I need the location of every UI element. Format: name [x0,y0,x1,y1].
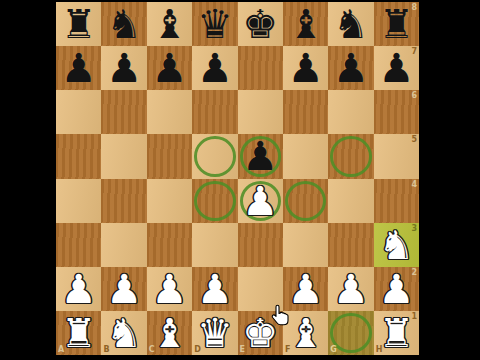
black-pawn-c7[interactable]: ♟ [147,46,192,90]
square-h4[interactable]: 4 [374,179,419,223]
square-h7[interactable]: ♟7 [374,46,419,90]
square-d5[interactable] [192,134,237,178]
annotation-circle-g5 [330,136,371,176]
square-a1[interactable]: ♜A [56,311,101,355]
black-knight-b8[interactable]: ♞ [101,2,146,46]
square-e5[interactable]: ♟ [238,134,283,178]
square-f5[interactable] [283,134,328,178]
square-b3[interactable] [101,223,146,267]
black-king-e8[interactable]: ♚ [238,2,283,46]
square-a7[interactable]: ♟ [56,46,101,90]
rank-label-5: 5 [411,135,417,144]
square-e8[interactable]: ♚ [238,2,283,46]
black-queen-d8[interactable]: ♛ [192,2,237,46]
black-pawn-f7[interactable]: ♟ [283,46,328,90]
square-b6[interactable] [101,90,146,134]
black-pawn-d7[interactable]: ♟ [192,46,237,90]
square-g7[interactable]: ♟ [328,46,373,90]
square-f8[interactable]: ♝ [283,2,328,46]
annotation-circle-d5 [194,136,235,176]
square-d7[interactable]: ♟ [192,46,237,90]
square-d8[interactable]: ♛ [192,2,237,46]
square-e7[interactable] [238,46,283,90]
square-d6[interactable] [192,90,237,134]
white-pawn-c2[interactable]: ♟ [147,267,192,311]
black-knight-g8[interactable]: ♞ [328,2,373,46]
black-bishop-c8[interactable]: ♝ [147,2,192,46]
square-f7[interactable]: ♟ [283,46,328,90]
square-c8[interactable]: ♝ [147,2,192,46]
square-g8[interactable]: ♞ [328,2,373,46]
file-label-g: G [330,345,337,354]
black-pawn-g7[interactable]: ♟ [328,46,373,90]
square-c2[interactable]: ♟ [147,267,192,311]
square-b4[interactable] [101,179,146,223]
square-g1[interactable]: G [328,311,373,355]
square-h8[interactable]: ♜8 [374,2,419,46]
square-f1[interactable]: ♝F [283,311,328,355]
black-pawn-a7[interactable]: ♟ [56,46,101,90]
rank-label-1: 1 [411,312,417,321]
file-label-h: H [376,345,383,354]
square-c3[interactable] [147,223,192,267]
square-a4[interactable] [56,179,101,223]
square-g2[interactable]: ♟ [328,267,373,311]
annotation-circle-f4 [285,181,326,221]
square-e3[interactable] [238,223,283,267]
black-pawn-e5[interactable]: ♟ [238,134,283,178]
square-a8[interactable]: ♜ [56,2,101,46]
square-c4[interactable] [147,179,192,223]
video-frame: ♜♞♝♛♚♝♞♜8♟♟♟♟♟♟♟76♟5♟4♞3♟♟♟♟♟♟♟2♜A♞B♝C♛D… [0,0,480,360]
square-e2[interactable] [238,267,283,311]
rank-label-4: 4 [411,180,417,189]
square-e1[interactable]: ♚E [238,311,283,355]
white-pawn-a2[interactable]: ♟ [56,267,101,311]
black-rook-a8[interactable]: ♜ [56,2,101,46]
white-pawn-e4[interactable]: ♟ [238,179,283,223]
square-e4[interactable]: ♟ [238,179,283,223]
square-f2[interactable]: ♟ [283,267,328,311]
square-a5[interactable] [56,134,101,178]
square-e6[interactable] [238,90,283,134]
square-g4[interactable] [328,179,373,223]
square-b2[interactable]: ♟ [101,267,146,311]
square-h1[interactable]: ♜1H [374,311,419,355]
square-h2[interactable]: ♟2 [374,267,419,311]
black-pawn-b7[interactable]: ♟ [101,46,146,90]
white-pawn-f2[interactable]: ♟ [283,267,328,311]
rank-label-3: 3 [411,224,417,233]
square-f6[interactable] [283,90,328,134]
square-c1[interactable]: ♝C [147,311,192,355]
square-g6[interactable] [328,90,373,134]
rank-label-6: 6 [411,91,417,100]
file-label-f: F [285,345,290,354]
screen: { "game": "chess", "position": { "fen": … [0,0,480,360]
file-label-b: B [103,345,109,354]
white-pawn-b2[interactable]: ♟ [101,267,146,311]
square-d4[interactable] [192,179,237,223]
square-b7[interactable]: ♟ [101,46,146,90]
square-a6[interactable] [56,90,101,134]
square-b8[interactable]: ♞ [101,2,146,46]
white-pawn-g2[interactable]: ♟ [328,267,373,311]
rank-label-8: 8 [411,3,417,12]
square-b1[interactable]: ♞B [101,311,146,355]
square-d1[interactable]: ♛D [192,311,237,355]
square-a3[interactable] [56,223,101,267]
square-c6[interactable] [147,90,192,134]
white-pawn-d2[interactable]: ♟ [192,267,237,311]
annotation-circle-d4 [194,181,235,221]
square-g5[interactable] [328,134,373,178]
square-h3[interactable]: ♞3 [374,223,419,267]
square-h6[interactable]: 6 [374,90,419,134]
square-d2[interactable]: ♟ [192,267,237,311]
chess-board: ♜♞♝♛♚♝♞♜8♟♟♟♟♟♟♟76♟5♟4♞3♟♟♟♟♟♟♟2♜A♞B♝C♛D… [56,2,419,355]
square-c7[interactable]: ♟ [147,46,192,90]
rank-label-2: 2 [411,268,417,277]
file-label-c: C [149,345,155,354]
square-f4[interactable] [283,179,328,223]
file-label-e: E [240,345,245,354]
square-a2[interactable]: ♟ [56,267,101,311]
square-g3[interactable] [328,223,373,267]
black-bishop-f8[interactable]: ♝ [283,2,328,46]
square-d3[interactable] [192,223,237,267]
square-b5[interactable] [101,134,146,178]
file-label-d: D [194,345,201,354]
square-h5[interactable]: 5 [374,134,419,178]
file-label-a: A [58,345,64,354]
rank-label-7: 7 [411,47,417,56]
square-f3[interactable] [283,223,328,267]
square-c5[interactable] [147,134,192,178]
